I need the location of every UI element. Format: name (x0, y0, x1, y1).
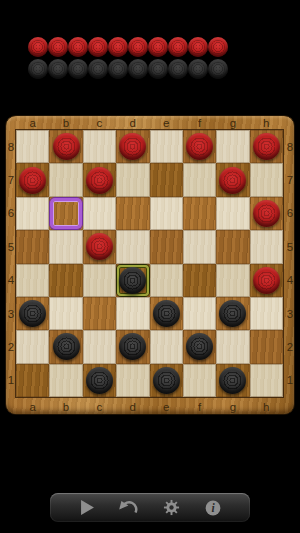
file-label-e-bottom: e (150, 401, 183, 414)
piece-black-d4[interactable] (119, 267, 146, 294)
rank-label-6-right: 6 (284, 197, 296, 230)
square-e5[interactable] (150, 230, 183, 263)
square-d5[interactable] (116, 230, 149, 263)
rank-label-5-right: 5 (284, 230, 296, 263)
tray-black-piece (88, 59, 108, 79)
file-labels-bottom: abcdefgh (16, 401, 283, 414)
board-frame: abcdefgh 87654321 87654321 abcdefgh (5, 115, 295, 415)
square-b8[interactable] (49, 130, 82, 163)
gear-icon (163, 499, 180, 516)
undo-icon (119, 500, 139, 516)
piece-red-c5[interactable] (86, 233, 113, 260)
square-h7[interactable] (250, 163, 283, 196)
piece-black-g1[interactable] (219, 367, 246, 394)
square-f3[interactable] (183, 297, 216, 330)
square-d7[interactable] (116, 163, 149, 196)
square-b5[interactable] (49, 230, 82, 263)
rank-label-6-left: 6 (6, 197, 16, 230)
square-a8[interactable] (16, 130, 49, 163)
tray-black-piece (48, 59, 68, 79)
square-c4[interactable] (83, 264, 116, 297)
rank-label-8-left: 8 (6, 130, 16, 163)
square-c3[interactable] (83, 297, 116, 330)
square-g4[interactable] (216, 264, 249, 297)
file-label-c-top: c (83, 117, 116, 130)
tray-black-piece (188, 59, 208, 79)
file-label-f-bottom: f (183, 401, 216, 414)
rank-label-8-right: 8 (284, 130, 296, 163)
tray-red-piece (128, 37, 148, 57)
file-label-d-bottom: d (116, 401, 149, 414)
square-e1[interactable] (150, 364, 183, 397)
square-e7[interactable] (150, 163, 183, 196)
rank-label-3-right: 3 (284, 297, 296, 330)
tray-red-piece (88, 37, 108, 57)
black-pieces-tray (28, 59, 228, 79)
square-d6[interactable] (116, 197, 149, 230)
piece-red-h6[interactable] (253, 200, 280, 227)
tray-black-piece (68, 59, 88, 79)
tray-red-piece (108, 37, 128, 57)
square-e4[interactable] (150, 264, 183, 297)
piece-black-c1[interactable] (86, 367, 113, 394)
square-h2[interactable] (250, 330, 283, 363)
square-h6[interactable] (250, 197, 283, 230)
file-labels-top: abcdefgh (16, 117, 283, 130)
piece-black-e3[interactable] (153, 300, 180, 327)
square-a6[interactable] (16, 197, 49, 230)
piece-black-a3[interactable] (19, 300, 46, 327)
piece-red-b8[interactable] (53, 133, 80, 160)
rank-label-2-right: 2 (284, 330, 296, 363)
file-label-a-bottom: a (16, 401, 49, 414)
square-e6[interactable] (150, 197, 183, 230)
file-label-a-top: a (16, 117, 49, 130)
square-e8[interactable] (150, 130, 183, 163)
tray-red-piece (188, 37, 208, 57)
square-f6[interactable] (183, 197, 216, 230)
tray-black-piece (128, 59, 148, 79)
file-label-f-top: f (183, 117, 216, 130)
square-c8[interactable] (83, 130, 116, 163)
square-g8[interactable] (216, 130, 249, 163)
file-label-d-top: d (116, 117, 149, 130)
square-a4[interactable] (16, 264, 49, 297)
square-f1[interactable] (183, 364, 216, 397)
play-icon (81, 500, 94, 515)
tray-red-piece (68, 37, 88, 57)
square-f8[interactable] (183, 130, 216, 163)
square-a7[interactable] (16, 163, 49, 196)
square-b4[interactable] (49, 264, 82, 297)
square-d1[interactable] (116, 364, 149, 397)
rank-label-3-left: 3 (6, 297, 16, 330)
square-c2[interactable] (83, 330, 116, 363)
square-e3[interactable] (150, 297, 183, 330)
tray-black-piece (208, 59, 228, 79)
square-h3[interactable] (250, 297, 283, 330)
square-b1[interactable] (49, 364, 82, 397)
square-h8[interactable] (250, 130, 283, 163)
piece-black-e1[interactable] (153, 367, 180, 394)
rank-label-5-left: 5 (6, 230, 16, 263)
checkers-board (16, 130, 283, 397)
square-d3[interactable] (116, 297, 149, 330)
toolbar: i (50, 493, 250, 522)
rank-label-4-left: 4 (6, 264, 16, 297)
file-label-c-bottom: c (83, 401, 116, 414)
tray-black-piece (168, 59, 188, 79)
settings-button[interactable] (158, 495, 184, 521)
app-screen: { "app": { "name": "Checkers", "backgrou… (0, 0, 300, 533)
square-h4[interactable] (250, 264, 283, 297)
square-h1[interactable] (250, 364, 283, 397)
rank-label-7-left: 7 (6, 163, 16, 196)
file-label-b-top: b (49, 117, 82, 130)
square-g6[interactable] (216, 197, 249, 230)
rank-label-1-right: 1 (284, 364, 296, 397)
tray-black-piece (148, 59, 168, 79)
file-label-b-bottom: b (49, 401, 82, 414)
tray-black-piece (108, 59, 128, 79)
tray-red-piece (168, 37, 188, 57)
rank-label-7-right: 7 (284, 163, 296, 196)
square-g2[interactable] (216, 330, 249, 363)
piece-black-d2[interactable] (119, 333, 146, 360)
play-button[interactable] (74, 495, 100, 521)
square-d8[interactable] (116, 130, 149, 163)
info-button[interactable]: i (200, 495, 226, 521)
square-b6[interactable] (49, 197, 82, 230)
piece-black-f2[interactable] (186, 333, 213, 360)
rank-label-2-left: 2 (6, 330, 16, 363)
square-c7[interactable] (83, 163, 116, 196)
file-label-e-top: e (150, 117, 183, 130)
square-a3[interactable] (16, 297, 49, 330)
tray-red-piece (208, 37, 228, 57)
square-b3[interactable] (49, 297, 82, 330)
square-c6[interactable] (83, 197, 116, 230)
red-pieces-tray (28, 37, 228, 57)
piece-black-b2[interactable] (53, 333, 80, 360)
info-icon: i (205, 500, 221, 516)
piece-red-d8[interactable] (119, 133, 146, 160)
highlight-purple-b6 (50, 198, 81, 229)
square-g3[interactable] (216, 297, 249, 330)
tray-red-piece (48, 37, 68, 57)
rank-labels-left: 87654321 (6, 130, 16, 397)
square-g5[interactable] (216, 230, 249, 263)
undo-button[interactable] (116, 495, 142, 521)
square-a5[interactable] (16, 230, 49, 263)
square-c5[interactable] (83, 230, 116, 263)
piece-red-c7[interactable] (86, 167, 113, 194)
rank-label-1-left: 1 (6, 364, 16, 397)
file-label-h-bottom: h (250, 401, 283, 414)
square-f4[interactable] (183, 264, 216, 297)
file-label-h-top: h (250, 117, 283, 130)
square-g7[interactable] (216, 163, 249, 196)
square-a1[interactable] (16, 364, 49, 397)
piece-red-a7[interactable] (19, 167, 46, 194)
square-f2[interactable] (183, 330, 216, 363)
piece-red-h8[interactable] (253, 133, 280, 160)
square-g1[interactable] (216, 364, 249, 397)
rank-labels-right: 87654321 (284, 130, 296, 397)
square-a2[interactable] (16, 330, 49, 363)
square-d2[interactable] (116, 330, 149, 363)
piece-red-f8[interactable] (186, 133, 213, 160)
file-label-g-top: g (216, 117, 249, 130)
piece-red-g7[interactable] (219, 167, 246, 194)
piece-red-h4[interactable] (253, 267, 280, 294)
square-f5[interactable] (183, 230, 216, 263)
square-c1[interactable] (83, 364, 116, 397)
square-d4[interactable] (116, 264, 149, 297)
square-h5[interactable] (250, 230, 283, 263)
file-label-g-bottom: g (216, 401, 249, 414)
tray-red-piece (148, 37, 168, 57)
square-e2[interactable] (150, 330, 183, 363)
tray-red-piece (28, 37, 48, 57)
square-f7[interactable] (183, 163, 216, 196)
tray-black-piece (28, 59, 48, 79)
piece-black-g3[interactable] (219, 300, 246, 327)
rank-label-4-right: 4 (284, 264, 296, 297)
square-b7[interactable] (49, 163, 82, 196)
square-b2[interactable] (49, 330, 82, 363)
